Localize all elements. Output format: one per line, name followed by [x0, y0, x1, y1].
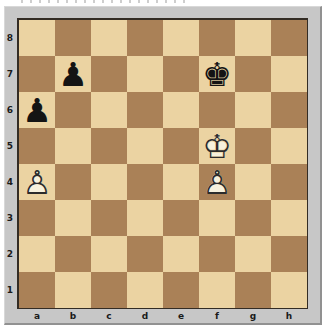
- file-label-g: g: [235, 309, 271, 324]
- square-f4[interactable]: ♟♙: [199, 164, 235, 200]
- square-f3[interactable]: [199, 200, 235, 236]
- square-g5[interactable]: [235, 128, 271, 164]
- square-g4[interactable]: [235, 164, 271, 200]
- white-pawn[interactable]: ♟♙: [199, 164, 235, 200]
- square-f8[interactable]: [199, 20, 235, 56]
- white-king[interactable]: ♚♔: [199, 128, 235, 164]
- square-a5[interactable]: [19, 128, 55, 164]
- square-d1[interactable]: [127, 272, 163, 308]
- square-d4[interactable]: [127, 164, 163, 200]
- square-d6[interactable]: [127, 92, 163, 128]
- square-c2[interactable]: [91, 236, 127, 272]
- rank-label-8: 8: [5, 20, 15, 56]
- square-b4[interactable]: [55, 164, 91, 200]
- board-frame: 87654321 ♟♚♟♚♔♟♙♟♙ abcdefgh: [4, 6, 322, 325]
- rank-label-5: 5: [5, 128, 15, 164]
- rank-label-6: 6: [5, 92, 15, 128]
- square-d2[interactable]: [127, 236, 163, 272]
- square-g7[interactable]: [235, 56, 271, 92]
- square-a1[interactable]: [19, 272, 55, 308]
- square-a7[interactable]: [19, 56, 55, 92]
- square-g6[interactable]: [235, 92, 271, 128]
- file-labels: abcdefgh: [19, 309, 307, 324]
- square-g3[interactable]: [235, 200, 271, 236]
- square-b2[interactable]: [55, 236, 91, 272]
- cropped-text-remnant: [21, 0, 186, 3]
- square-c7[interactable]: [91, 56, 127, 92]
- square-e1[interactable]: [163, 272, 199, 308]
- square-b8[interactable]: [55, 20, 91, 56]
- square-h5[interactable]: [271, 128, 307, 164]
- rank-label-1: 1: [5, 272, 15, 308]
- square-e6[interactable]: [163, 92, 199, 128]
- square-d7[interactable]: [127, 56, 163, 92]
- square-a3[interactable]: [19, 200, 55, 236]
- square-c8[interactable]: [91, 20, 127, 56]
- square-e4[interactable]: [163, 164, 199, 200]
- white-pawn[interactable]: ♟♙: [19, 164, 55, 200]
- square-h4[interactable]: [271, 164, 307, 200]
- white-king-outline: ♔: [199, 128, 235, 164]
- square-h7[interactable]: [271, 56, 307, 92]
- square-h1[interactable]: [271, 272, 307, 308]
- square-a4[interactable]: ♟♙: [19, 164, 55, 200]
- square-f6[interactable]: [199, 92, 235, 128]
- rank-label-2: 2: [5, 236, 15, 272]
- square-f2[interactable]: [199, 236, 235, 272]
- black-pawn[interactable]: ♟: [55, 56, 91, 92]
- square-f1[interactable]: [199, 272, 235, 308]
- square-a2[interactable]: [19, 236, 55, 272]
- square-e2[interactable]: [163, 236, 199, 272]
- square-b3[interactable]: [55, 200, 91, 236]
- black-king-glyph: ♚: [199, 56, 235, 92]
- file-label-d: d: [127, 309, 163, 324]
- rank-label-4: 4: [5, 164, 15, 200]
- square-f5[interactable]: ♚♔: [199, 128, 235, 164]
- square-b6[interactable]: [55, 92, 91, 128]
- rank-label-7: 7: [5, 56, 15, 92]
- square-h3[interactable]: [271, 200, 307, 236]
- board-area: 87654321 ♟♚♟♚♔♟♙♟♙ abcdefgh: [17, 18, 308, 309]
- rank-labels: 87654321: [5, 20, 15, 308]
- square-c6[interactable]: [91, 92, 127, 128]
- square-h8[interactable]: [271, 20, 307, 56]
- square-g2[interactable]: [235, 236, 271, 272]
- square-d5[interactable]: [127, 128, 163, 164]
- rank-label-3: 3: [5, 200, 15, 236]
- square-e5[interactable]: [163, 128, 199, 164]
- file-label-f: f: [199, 309, 235, 324]
- square-c4[interactable]: [91, 164, 127, 200]
- square-a6[interactable]: ♟: [19, 92, 55, 128]
- square-b5[interactable]: [55, 128, 91, 164]
- square-g1[interactable]: [235, 272, 271, 308]
- black-pawn[interactable]: ♟: [19, 92, 55, 128]
- square-f7[interactable]: ♚: [199, 56, 235, 92]
- black-king[interactable]: ♚: [199, 56, 235, 92]
- square-b1[interactable]: [55, 272, 91, 308]
- square-e7[interactable]: [163, 56, 199, 92]
- square-h2[interactable]: [271, 236, 307, 272]
- square-c5[interactable]: [91, 128, 127, 164]
- square-d3[interactable]: [127, 200, 163, 236]
- chess-board: ♟♚♟♚♔♟♙♟♙: [17, 18, 308, 309]
- file-label-a: a: [19, 309, 55, 324]
- black-pawn-glyph: ♟: [19, 92, 55, 128]
- square-e3[interactable]: [163, 200, 199, 236]
- white-pawn-outline: ♙: [199, 164, 235, 200]
- square-e8[interactable]: [163, 20, 199, 56]
- square-b7[interactable]: ♟: [55, 56, 91, 92]
- white-pawn-outline: ♙: [19, 164, 55, 200]
- square-a8[interactable]: [19, 20, 55, 56]
- file-label-e: e: [163, 309, 199, 324]
- file-label-b: b: [55, 309, 91, 324]
- black-pawn-glyph: ♟: [55, 56, 91, 92]
- square-c1[interactable]: [91, 272, 127, 308]
- square-h6[interactable]: [271, 92, 307, 128]
- file-label-h: h: [271, 309, 307, 324]
- square-d8[interactable]: [127, 20, 163, 56]
- square-c3[interactable]: [91, 200, 127, 236]
- square-g8[interactable]: [235, 20, 271, 56]
- file-label-c: c: [91, 309, 127, 324]
